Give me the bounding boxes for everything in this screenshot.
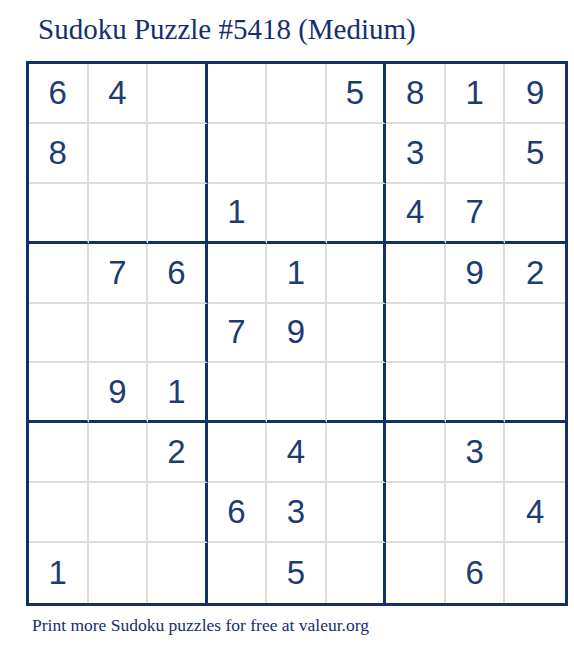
cell-r5c1[interactable] [29, 304, 89, 364]
cell-r3c7[interactable]: 4 [386, 184, 446, 244]
cell-r2c4[interactable] [208, 124, 268, 184]
cell-r8c8[interactable] [446, 483, 506, 543]
cell-r1c6[interactable]: 5 [327, 64, 387, 124]
cell-r6c5[interactable] [267, 363, 327, 423]
cell-r9c9[interactable] [505, 543, 565, 603]
cell-r7c5[interactable]: 4 [267, 423, 327, 483]
footer-text: Print more Sudoku puzzles for free at va… [32, 615, 369, 636]
cell-r7c6[interactable] [327, 423, 387, 483]
cell-r4c9[interactable]: 2 [505, 244, 565, 304]
cell-r2c8[interactable] [446, 124, 506, 184]
cell-r2c6[interactable] [327, 124, 387, 184]
cell-r8c9[interactable]: 4 [505, 483, 565, 543]
cell-r7c9[interactable] [505, 423, 565, 483]
cell-r3c4[interactable]: 1 [208, 184, 268, 244]
cell-r2c7[interactable]: 3 [386, 124, 446, 184]
sudoku-board: 645819835147761927991243634156 [26, 61, 568, 606]
cell-r3c9[interactable] [505, 184, 565, 244]
cell-r4c3[interactable]: 6 [148, 244, 208, 304]
cell-r5c6[interactable] [327, 304, 387, 364]
cell-r1c2[interactable]: 4 [89, 64, 149, 124]
cell-r2c2[interactable] [89, 124, 149, 184]
cell-r7c2[interactable] [89, 423, 149, 483]
cell-r9c2[interactable] [89, 543, 149, 603]
cell-r5c8[interactable] [446, 304, 506, 364]
cell-r3c6[interactable] [327, 184, 387, 244]
cell-r1c9[interactable]: 9 [505, 64, 565, 124]
cell-r3c3[interactable] [148, 184, 208, 244]
cell-r6c1[interactable] [29, 363, 89, 423]
cell-r5c2[interactable] [89, 304, 149, 364]
cell-r4c1[interactable] [29, 244, 89, 304]
cell-r5c5[interactable]: 9 [267, 304, 327, 364]
cell-r9c7[interactable] [386, 543, 446, 603]
cell-r6c7[interactable] [386, 363, 446, 423]
cell-r6c6[interactable] [327, 363, 387, 423]
cell-r8c3[interactable] [148, 483, 208, 543]
cell-r9c6[interactable] [327, 543, 387, 603]
cell-r7c8[interactable]: 3 [446, 423, 506, 483]
cell-r3c8[interactable]: 7 [446, 184, 506, 244]
cell-r1c3[interactable] [148, 64, 208, 124]
cell-r6c8[interactable] [446, 363, 506, 423]
cell-r4c4[interactable] [208, 244, 268, 304]
cell-r2c3[interactable] [148, 124, 208, 184]
cell-r8c7[interactable] [386, 483, 446, 543]
cell-r7c7[interactable] [386, 423, 446, 483]
cell-r2c9[interactable]: 5 [505, 124, 565, 184]
cell-r6c3[interactable]: 1 [148, 363, 208, 423]
cell-r5c9[interactable] [505, 304, 565, 364]
cell-r4c5[interactable]: 1 [267, 244, 327, 304]
cell-r9c5[interactable]: 5 [267, 543, 327, 603]
cell-r3c5[interactable] [267, 184, 327, 244]
cell-r7c4[interactable] [208, 423, 268, 483]
cell-r1c5[interactable] [267, 64, 327, 124]
cell-r4c6[interactable] [327, 244, 387, 304]
cell-r2c5[interactable] [267, 124, 327, 184]
sudoku-page: Sudoku Puzzle #5418 (Medium) 64581983514… [0, 0, 574, 651]
cell-r3c1[interactable] [29, 184, 89, 244]
cell-r8c5[interactable]: 3 [267, 483, 327, 543]
cell-r8c2[interactable] [89, 483, 149, 543]
cell-r7c3[interactable]: 2 [148, 423, 208, 483]
cell-r6c4[interactable] [208, 363, 268, 423]
cell-r9c1[interactable]: 1 [29, 543, 89, 603]
cell-r4c8[interactable]: 9 [446, 244, 506, 304]
cell-r8c1[interactable] [29, 483, 89, 543]
cell-r2c1[interactable]: 8 [29, 124, 89, 184]
cell-r7c1[interactable] [29, 423, 89, 483]
cell-r6c9[interactable] [505, 363, 565, 423]
cell-r1c1[interactable]: 6 [29, 64, 89, 124]
page-title: Sudoku Puzzle #5418 (Medium) [38, 13, 416, 46]
cell-r1c7[interactable]: 8 [386, 64, 446, 124]
cell-r8c6[interactable] [327, 483, 387, 543]
cell-r6c2[interactable]: 9 [89, 363, 149, 423]
cell-r3c2[interactable] [89, 184, 149, 244]
cell-r5c3[interactable] [148, 304, 208, 364]
cell-r8c4[interactable]: 6 [208, 483, 268, 543]
cell-r4c7[interactable] [386, 244, 446, 304]
cell-r4c2[interactable]: 7 [89, 244, 149, 304]
cell-r9c4[interactable] [208, 543, 268, 603]
cell-r5c7[interactable] [386, 304, 446, 364]
cell-r1c8[interactable]: 1 [446, 64, 506, 124]
cell-r9c8[interactable]: 6 [446, 543, 506, 603]
cell-r9c3[interactable] [148, 543, 208, 603]
cell-r1c4[interactable] [208, 64, 268, 124]
cell-r5c4[interactable]: 7 [208, 304, 268, 364]
